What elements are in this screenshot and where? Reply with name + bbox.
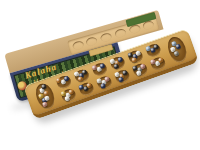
box-tray-empty-pit xyxy=(71,40,84,51)
pit-bottom-4[interactable] xyxy=(113,68,130,84)
pit-bottom-1-cell xyxy=(58,87,78,104)
bead-stone xyxy=(41,101,47,107)
pit-bottom-6-cell xyxy=(148,55,168,72)
box-tray-empty-pit xyxy=(100,32,113,43)
pit-bottom-2[interactable] xyxy=(78,81,95,97)
product-photo: Kalaha Mancala xyxy=(0,0,200,150)
store-left[interactable] xyxy=(32,81,57,111)
pit-bottom-5[interactable] xyxy=(131,62,148,78)
bead-stone xyxy=(173,50,179,56)
box-tray-empty-pit xyxy=(114,28,127,39)
pit-bottom-5-cell xyxy=(130,62,150,79)
pit-bottom-4-cell xyxy=(112,68,132,85)
pit-bottom-3[interactable] xyxy=(95,75,112,91)
pit-bottom-6[interactable] xyxy=(149,56,166,72)
store-right[interactable] xyxy=(164,35,189,65)
pit-bottom-1[interactable] xyxy=(60,88,77,104)
pit-bottom-2-cell xyxy=(76,81,96,98)
pit-bottom-3-cell xyxy=(94,74,114,91)
box-tray-empty-pit xyxy=(86,36,99,47)
bead-stone xyxy=(175,43,181,49)
